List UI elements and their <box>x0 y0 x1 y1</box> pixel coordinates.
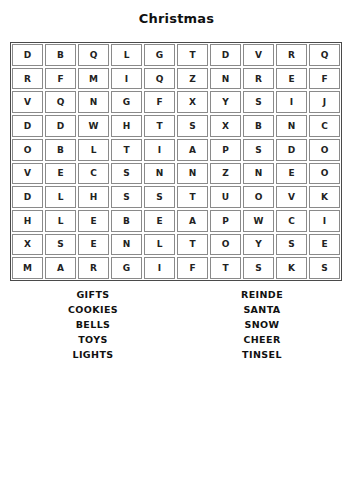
grid-cell-r5c3[interactable]: L <box>78 139 109 161</box>
grid-cell-r8c9[interactable]: C <box>276 210 307 232</box>
grid-cell-r7c8[interactable]: O <box>243 186 274 208</box>
grid-cell-r10c9[interactable]: K <box>276 257 307 279</box>
grid-cell-r10c4[interactable]: G <box>111 257 142 279</box>
grid-cell-r2c10[interactable]: F <box>309 68 340 90</box>
grid-cell-r3c10[interactable]: J <box>309 91 340 113</box>
grid-cell-r10c1[interactable]: M <box>12 257 43 279</box>
grid-cell-r2c6[interactable]: Z <box>177 68 208 90</box>
grid-cell-r4c9[interactable]: N <box>276 115 307 137</box>
grid-cell-r4c5[interactable]: T <box>144 115 175 137</box>
grid-cell-r2c5[interactable]: Q <box>144 68 175 90</box>
word-item: COOKIES <box>20 302 166 317</box>
grid-cell-r6c5[interactable]: N <box>144 163 175 185</box>
word-item: SNOW <box>186 317 338 332</box>
grid-cell-r7c2[interactable]: L <box>45 186 76 208</box>
grid-cell-r5c4[interactable]: T <box>111 139 142 161</box>
grid-cell-r1c2[interactable]: B <box>45 44 76 66</box>
grid-cell-r1c5[interactable]: G <box>144 44 175 66</box>
grid-cell-r6c3[interactable]: C <box>78 163 109 185</box>
grid-cell-r9c2[interactable]: S <box>45 234 76 256</box>
grid-cell-r2c7[interactable]: N <box>210 68 241 90</box>
grid-cell-r2c2[interactable]: F <box>45 68 76 90</box>
grid-cell-r3c3[interactable]: N <box>78 91 109 113</box>
word-item: CHEER <box>186 332 338 347</box>
grid-cell-r3c2[interactable]: Q <box>45 91 76 113</box>
word-item: BELLS <box>20 317 166 332</box>
grid-cell-r8c8[interactable]: W <box>243 210 274 232</box>
grid-cell-r5c7[interactable]: P <box>210 139 241 161</box>
grid-cell-r10c8[interactable]: S <box>243 257 274 279</box>
grid-cell-r8c3[interactable]: E <box>78 210 109 232</box>
grid-cell-r10c5[interactable]: I <box>144 257 175 279</box>
grid-cell-r7c5[interactable]: S <box>144 186 175 208</box>
grid-cell-r5c8[interactable]: S <box>243 139 274 161</box>
grid-cell-r4c2[interactable]: D <box>45 115 76 137</box>
grid-cell-r3c6[interactable]: X <box>177 91 208 113</box>
grid-cell-r9c6[interactable]: T <box>177 234 208 256</box>
grid-cell-r10c2[interactable]: A <box>45 257 76 279</box>
grid-cell-r10c10[interactable]: S <box>309 257 340 279</box>
grid-cell-r8c7[interactable]: P <box>210 210 241 232</box>
grid-cell-r9c10[interactable]: E <box>309 234 340 256</box>
word-list-left: GIFTSCOOKIESBELLSTOYSLIGHTS <box>20 287 166 362</box>
grid-cell-r3c7[interactable]: Y <box>210 91 241 113</box>
grid-cell-r4c7[interactable]: X <box>210 115 241 137</box>
grid-cell-r1c7[interactable]: D <box>210 44 241 66</box>
grid-cell-r7c4[interactable]: S <box>111 186 142 208</box>
grid-cell-r1c10[interactable]: Q <box>309 44 340 66</box>
grid-cell-r10c6[interactable]: F <box>177 257 208 279</box>
grid-cell-r9c4[interactable]: N <box>111 234 142 256</box>
grid-cell-r9c9[interactable]: S <box>276 234 307 256</box>
grid-cell-r8c6[interactable]: A <box>177 210 208 232</box>
grid-cell-r4c3[interactable]: W <box>78 115 109 137</box>
grid-cell-r6c2[interactable]: E <box>45 163 76 185</box>
grid-cell-r8c2[interactable]: L <box>45 210 76 232</box>
grid-cell-r10c3[interactable]: R <box>78 257 109 279</box>
grid-cell-r6c1[interactable]: V <box>12 163 43 185</box>
grid-cell-r2c3[interactable]: M <box>78 68 109 90</box>
grid-cell-r6c8[interactable]: N <box>243 163 274 185</box>
grid-cell-r3c4[interactable]: G <box>111 91 142 113</box>
grid-cell-r4c4[interactable]: H <box>111 115 142 137</box>
word-item: REINDE <box>186 287 338 302</box>
grid-cell-r5c6[interactable]: A <box>177 139 208 161</box>
puzzle-title: Christmas <box>0 11 353 26</box>
grid-cell-r7c10[interactable]: K <box>309 186 340 208</box>
grid-cell-r8c1[interactable]: H <box>12 210 43 232</box>
grid-cell-r7c3[interactable]: H <box>78 186 109 208</box>
grid-cell-r8c4[interactable]: B <box>111 210 142 232</box>
grid-cell-r6c10[interactable]: O <box>309 163 340 185</box>
grid-cell-r1c9[interactable]: R <box>276 44 307 66</box>
grid-cell-r1c4[interactable]: L <box>111 44 142 66</box>
word-item: TOYS <box>20 332 166 347</box>
word-item: SANTA <box>186 302 338 317</box>
grid-cell-r3c8[interactable]: S <box>243 91 274 113</box>
grid-cell-r8c10[interactable]: I <box>309 210 340 232</box>
grid-cell-r9c8[interactable]: Y <box>243 234 274 256</box>
grid-cell-r7c1[interactable]: D <box>12 186 43 208</box>
word-list-right: REINDESANTASNOWCHEERTINSEL <box>186 287 338 362</box>
word-item: GIFTS <box>20 287 166 302</box>
grid-cell-r3c1[interactable]: V <box>12 91 43 113</box>
grid-cell-r7c6[interactable]: T <box>177 186 208 208</box>
word-item: TINSEL <box>186 347 338 362</box>
grid-cell-r3c5[interactable]: F <box>144 91 175 113</box>
grid-cell-r4c6[interactable]: S <box>177 115 208 137</box>
grid-cell-r3c9[interactable]: I <box>276 91 307 113</box>
grid-cell-r1c1[interactable]: D <box>12 44 43 66</box>
grid-cell-r7c7[interactable]: U <box>210 186 241 208</box>
grid-cell-r9c7[interactable]: O <box>210 234 241 256</box>
grid-cell-r6c9[interactable]: E <box>276 163 307 185</box>
grid-cell-r6c7[interactable]: Z <box>210 163 241 185</box>
grid-cell-r1c6[interactable]: T <box>177 44 208 66</box>
grid-cell-r4c8[interactable]: B <box>243 115 274 137</box>
grid-cell-r2c9[interactable]: E <box>276 68 307 90</box>
grid-cell-r1c8[interactable]: V <box>243 44 274 66</box>
grid-cell-r9c5[interactable]: L <box>144 234 175 256</box>
grid-cell-r9c3[interactable]: E <box>78 234 109 256</box>
grid-cell-r1c3[interactable]: Q <box>78 44 109 66</box>
grid-cell-r10c7[interactable]: T <box>210 257 241 279</box>
grid-cell-r7c9[interactable]: V <box>276 186 307 208</box>
grid-cell-r2c4[interactable]: I <box>111 68 142 90</box>
grid-cell-r5c1[interactable]: O <box>12 139 43 161</box>
grid-cell-r5c9[interactable]: D <box>276 139 307 161</box>
grid-cell-r2c1[interactable]: R <box>12 68 43 90</box>
grid-cell-r5c2[interactable]: B <box>45 139 76 161</box>
grid-cell-r5c10[interactable]: O <box>309 139 340 161</box>
word-search-grid: DBQLGTDVRQRFMIQZNREFVQNGFXYSIJDDWHTSXBNC… <box>10 42 342 281</box>
worksheet-page: Christmas DBQLGTDVRQRFMIQZNREFVQNGFXYSIJ… <box>0 0 353 500</box>
grid-cell-r4c1[interactable]: D <box>12 115 43 137</box>
grid-cell-r9c1[interactable]: X <box>12 234 43 256</box>
grid-cell-r6c6[interactable]: N <box>177 163 208 185</box>
grid-cell-r6c4[interactable]: S <box>111 163 142 185</box>
grid-cell-r5c5[interactable]: I <box>144 139 175 161</box>
word-item: LIGHTS <box>20 347 166 362</box>
grid-cell-r2c8[interactable]: R <box>243 68 274 90</box>
grid-cell-r8c5[interactable]: E <box>144 210 175 232</box>
grid-cell-r4c10[interactable]: C <box>309 115 340 137</box>
